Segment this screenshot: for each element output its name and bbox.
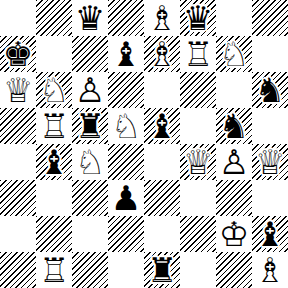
- black-bishop-icon: ♝: [144, 108, 180, 144]
- white-king-icon: ♔: [216, 216, 252, 252]
- black-bishop-icon: ♝: [252, 216, 288, 252]
- square-c1[interactable]: [72, 252, 108, 288]
- square-c2[interactable]: [72, 216, 108, 252]
- square-f6[interactable]: [180, 72, 216, 108]
- black-pawn-icon: ♟: [108, 180, 144, 216]
- white-rook-icon: ♖: [180, 36, 216, 72]
- square-f8[interactable]: ♛♛: [180, 0, 216, 36]
- square-h8[interactable]: [252, 0, 288, 36]
- black-queen-icon: ♛: [72, 0, 108, 36]
- square-h4[interactable]: ♛♕: [252, 144, 288, 180]
- black-bishop-icon: ♝: [36, 144, 72, 180]
- square-b1[interactable]: ♜♖: [36, 252, 72, 288]
- square-e3[interactable]: [144, 180, 180, 216]
- square-f5[interactable]: [180, 108, 216, 144]
- square-d7[interactable]: ♝♝: [108, 36, 144, 72]
- white-rook-icon: ♖: [36, 108, 72, 144]
- square-b3[interactable]: [36, 180, 72, 216]
- white-bishop-icon: ♗: [252, 252, 288, 288]
- square-b5[interactable]: ♜♖: [36, 108, 72, 144]
- white-knight-icon: ♘: [36, 72, 72, 108]
- square-f1[interactable]: [180, 252, 216, 288]
- square-g4[interactable]: ♟♙: [216, 144, 252, 180]
- square-c7[interactable]: [72, 36, 108, 72]
- square-h5[interactable]: [252, 108, 288, 144]
- square-h2[interactable]: ♝♝: [252, 216, 288, 252]
- square-a7[interactable]: ♚♚: [0, 36, 36, 72]
- white-pawn-icon: ♙: [216, 144, 252, 180]
- square-b6[interactable]: ♞♘: [36, 72, 72, 108]
- square-a2[interactable]: [0, 216, 36, 252]
- square-h1[interactable]: ♝♗: [252, 252, 288, 288]
- black-bishop-icon: ♝: [108, 36, 144, 72]
- white-rook-icon: ♖: [36, 252, 72, 288]
- square-e4[interactable]: [144, 144, 180, 180]
- square-d5[interactable]: ♞♘: [108, 108, 144, 144]
- black-knight-icon: ♞: [216, 108, 252, 144]
- square-c6[interactable]: ♟♙: [72, 72, 108, 108]
- white-queen-icon: ♕: [180, 144, 216, 180]
- square-e6[interactable]: [144, 72, 180, 108]
- square-g8[interactable]: [216, 0, 252, 36]
- square-d4[interactable]: [108, 144, 144, 180]
- white-knight-icon: ♘: [72, 144, 108, 180]
- square-e7[interactable]: ♝♗: [144, 36, 180, 72]
- square-a4[interactable]: [0, 144, 36, 180]
- black-rook-icon: ♜: [144, 252, 180, 288]
- square-b7[interactable]: [36, 36, 72, 72]
- square-f4[interactable]: ♛♕: [180, 144, 216, 180]
- white-knight-icon: ♘: [108, 108, 144, 144]
- white-queen-icon: ♕: [0, 72, 36, 108]
- white-knight-icon: ♘: [216, 36, 252, 72]
- square-d1[interactable]: [108, 252, 144, 288]
- square-g7[interactable]: ♞♘: [216, 36, 252, 72]
- black-queen-icon: ♛: [180, 0, 216, 36]
- square-a1[interactable]: [0, 252, 36, 288]
- square-d3[interactable]: ♟♟: [108, 180, 144, 216]
- square-h7[interactable]: [252, 36, 288, 72]
- square-g3[interactable]: [216, 180, 252, 216]
- square-c3[interactable]: [72, 180, 108, 216]
- square-e1[interactable]: ♜♜: [144, 252, 180, 288]
- square-c8[interactable]: ♛♛: [72, 0, 108, 36]
- square-g1[interactable]: [216, 252, 252, 288]
- square-a3[interactable]: [0, 180, 36, 216]
- square-f2[interactable]: [180, 216, 216, 252]
- square-a6[interactable]: ♛♕: [0, 72, 36, 108]
- square-d6[interactable]: [108, 72, 144, 108]
- white-bishop-icon: ♗: [144, 0, 180, 36]
- square-b2[interactable]: [36, 216, 72, 252]
- square-d2[interactable]: [108, 216, 144, 252]
- square-g6[interactable]: [216, 72, 252, 108]
- square-g2[interactable]: ♚♔: [216, 216, 252, 252]
- square-a5[interactable]: [0, 108, 36, 144]
- square-b4[interactable]: ♝♝: [36, 144, 72, 180]
- black-knight-icon: ♞: [252, 72, 288, 108]
- square-b8[interactable]: [36, 0, 72, 36]
- square-h3[interactable]: [252, 180, 288, 216]
- square-c5[interactable]: ♜♜: [72, 108, 108, 144]
- square-d8[interactable]: [108, 0, 144, 36]
- black-king-icon: ♚: [0, 36, 36, 72]
- square-g5[interactable]: ♞♞: [216, 108, 252, 144]
- square-c4[interactable]: ♞♘: [72, 144, 108, 180]
- square-e8[interactable]: ♝♗: [144, 0, 180, 36]
- chess-board: ♛♛♝♗♛♛♚♚♝♝♝♗♜♖♞♘♛♕♞♘♟♙♞♞♜♖♜♜♞♘♝♝♞♞♝♝♞♘♛♕…: [0, 0, 288, 288]
- square-h6[interactable]: ♞♞: [252, 72, 288, 108]
- square-a8[interactable]: [0, 0, 36, 36]
- square-f7[interactable]: ♜♖: [180, 36, 216, 72]
- white-queen-icon: ♕: [252, 144, 288, 180]
- square-e5[interactable]: ♝♝: [144, 108, 180, 144]
- square-e2[interactable]: [144, 216, 180, 252]
- square-f3[interactable]: [180, 180, 216, 216]
- white-pawn-icon: ♙: [72, 72, 108, 108]
- white-bishop-icon: ♗: [144, 36, 180, 72]
- black-rook-icon: ♜: [72, 108, 108, 144]
